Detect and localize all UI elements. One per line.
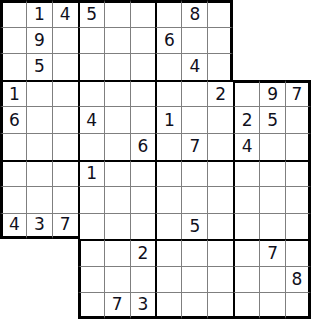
cell-r12c10[interactable] [233,292,259,319]
cell-r12c12[interactable] [285,292,311,319]
cell-r1c5[interactable] [104,0,130,27]
void-r11c2 [26,266,52,293]
void-r1c11 [259,0,285,27]
given-digit: 7 [189,138,200,155]
cell-r12c4[interactable] [78,292,104,319]
given-digit: 7 [267,245,278,262]
cell-r12c8[interactable] [181,292,207,319]
cell-r7c9[interactable] [207,160,233,187]
cell-r8c3[interactable] [52,186,78,213]
cell-r6c5[interactable] [104,133,130,160]
cell-r5c5[interactable] [104,106,130,133]
cell-r3c1[interactable] [0,53,26,80]
cell-r2c6[interactable] [130,27,156,54]
cell-r12c9[interactable] [207,292,233,319]
cell-r11c4[interactable] [78,266,104,293]
cell-r9c1[interactable]: 4 [0,213,26,240]
given-digit: 7 [292,86,303,103]
cell-r8c6[interactable] [130,186,156,213]
cell-r5c6[interactable] [130,106,156,133]
cell-r8c8[interactable] [181,186,207,213]
cell-r3c6[interactable] [130,53,156,80]
cell-r7c4[interactable]: 1 [78,160,104,187]
sudoku-board: 145896541297641256741437527873 [0,0,311,319]
cell-r10c5[interactable] [104,239,130,266]
cell-r3c7[interactable] [155,53,181,80]
cell-r7c3[interactable] [52,160,78,187]
cell-r4c4[interactable] [78,80,104,107]
cell-r7c2[interactable] [26,160,52,187]
cell-r7c1[interactable] [0,160,26,187]
given-digit: 1 [34,6,45,23]
cell-r11c12[interactable]: 8 [285,266,311,293]
given-digit: 8 [292,271,303,288]
cell-r5c1[interactable]: 6 [0,106,26,133]
cell-r8c2[interactable] [26,186,52,213]
void-r12c3 [52,292,78,319]
cell-r4c7[interactable] [155,80,181,107]
cell-r6c1[interactable] [0,133,26,160]
cell-r7c11[interactable] [259,160,285,187]
void-r11c1 [0,266,26,293]
cell-r4c12[interactable]: 7 [285,80,311,107]
cell-r5c4[interactable]: 4 [78,106,104,133]
cell-r6c2[interactable] [26,133,52,160]
given-digit: 1 [164,112,175,129]
given-digit: 2 [215,86,226,103]
cell-r6c11[interactable] [259,133,285,160]
cell-r1c9[interactable] [207,0,233,27]
cell-r11c10[interactable] [233,266,259,293]
cell-r10c10[interactable] [233,239,259,266]
cell-r1c7[interactable] [155,0,181,27]
given-digit: 5 [86,6,97,23]
cell-r4c8[interactable] [181,80,207,107]
cell-r6c4[interactable] [78,133,104,160]
cell-r7c5[interactable] [104,160,130,187]
cell-r5c2[interactable] [26,106,52,133]
cell-r7c12[interactable] [285,160,311,187]
cell-r4c9[interactable]: 2 [207,80,233,107]
cell-r9c6[interactable] [130,213,156,240]
cell-r8c10[interactable] [233,186,259,213]
void-r10c2 [26,239,52,266]
void-r1c10 [233,0,259,27]
cell-r5c12[interactable] [285,106,311,133]
cell-r3c4[interactable] [78,53,104,80]
cell-r10c6[interactable]: 2 [130,239,156,266]
void-r2c11 [259,27,285,54]
cell-r8c1[interactable] [0,186,26,213]
cell-r1c8[interactable]: 8 [181,0,207,27]
cell-r8c4[interactable] [78,186,104,213]
given-digit: 4 [60,6,71,23]
given-digit: 5 [267,112,278,129]
given-digit: 9 [34,32,45,49]
given-digit: 3 [34,216,45,233]
cell-r12c5[interactable]: 7 [104,292,130,319]
void-r11c3 [52,266,78,293]
cell-r6c7[interactable] [155,133,181,160]
void-r10c1 [0,239,26,266]
cell-r7c6[interactable] [130,160,156,187]
void-r12c1 [0,292,26,319]
cell-r1c1[interactable] [0,0,26,27]
given-digit: 4 [9,216,20,233]
cell-r8c9[interactable] [207,186,233,213]
cell-r2c8[interactable] [181,27,207,54]
cell-r2c4[interactable] [78,27,104,54]
cell-r10c4[interactable] [78,239,104,266]
cell-r5c9[interactable] [207,106,233,133]
cell-r10c7[interactable] [155,239,181,266]
cell-r9c2[interactable]: 3 [26,213,52,240]
given-digit: 3 [138,296,149,313]
cell-r9c8[interactable]: 5 [181,213,207,240]
cell-r9c12[interactable] [285,213,311,240]
cell-r11c6[interactable] [130,266,156,293]
cell-r7c7[interactable] [155,160,181,187]
cell-r9c11[interactable] [259,213,285,240]
sudoku-puzzle-image: 145896541297641256741437527873 [0,0,312,320]
cell-r2c7[interactable]: 6 [155,27,181,54]
given-digit: 8 [189,6,200,23]
cell-r10c12[interactable] [285,239,311,266]
void-r10c3 [52,239,78,266]
cell-r3c8[interactable]: 4 [181,53,207,80]
cell-r4c2[interactable] [26,80,52,107]
cell-r2c5[interactable] [104,27,130,54]
cell-r10c9[interactable] [207,239,233,266]
cell-r1c2[interactable]: 1 [26,0,52,27]
given-digit: 5 [34,58,45,75]
cell-r6c9[interactable] [207,133,233,160]
void-r3c11 [259,53,285,80]
void-r3c10 [233,53,259,80]
given-digit: 2 [242,112,253,129]
cell-r9c7[interactable] [155,213,181,240]
given-digit: 4 [242,138,253,155]
cell-r4c1[interactable]: 1 [0,80,26,107]
given-digit: 7 [60,216,71,233]
cell-r4c6[interactable] [130,80,156,107]
given-digit: 4 [189,58,200,75]
cell-r1c3[interactable]: 4 [52,0,78,27]
given-digit: 1 [9,86,20,103]
cell-r2c1[interactable] [0,27,26,54]
given-digit: 6 [138,138,149,155]
cell-r7c8[interactable] [181,160,207,187]
cell-r6c3[interactable] [52,133,78,160]
cell-r12c6[interactable]: 3 [130,292,156,319]
cell-r3c3[interactable] [52,53,78,80]
cell-r6c12[interactable] [285,133,311,160]
cell-r5c11[interactable]: 5 [259,106,285,133]
cell-r8c5[interactable] [104,186,130,213]
cell-r9c9[interactable] [207,213,233,240]
void-r3c12 [285,53,311,80]
cell-r12c7[interactable] [155,292,181,319]
void-r1c12 [285,0,311,27]
given-digit: 2 [138,245,149,262]
cell-r9c3[interactable]: 7 [52,213,78,240]
cell-r8c12[interactable] [285,186,311,213]
given-digit: 7 [112,296,123,313]
cell-r4c10[interactable] [233,80,259,107]
cell-r4c11[interactable]: 9 [259,80,285,107]
void-r2c10 [233,27,259,54]
void-r12c2 [26,292,52,319]
cell-r5c10[interactable]: 2 [233,106,259,133]
given-digit: 5 [189,218,200,235]
cell-r1c4[interactable]: 5 [78,0,104,27]
cell-r3c5[interactable] [104,53,130,80]
cell-r6c8[interactable]: 7 [181,133,207,160]
cell-r3c2[interactable]: 5 [26,53,52,80]
cell-r6c10[interactable]: 4 [233,133,259,160]
cell-r11c11[interactable] [259,266,285,293]
cell-r11c8[interactable] [181,266,207,293]
cell-r5c8[interactable] [181,106,207,133]
cell-r2c2[interactable]: 9 [26,27,52,54]
cell-r5c7[interactable]: 1 [155,106,181,133]
cell-r11c7[interactable] [155,266,181,293]
cell-r4c5[interactable] [104,80,130,107]
cell-r1c6[interactable] [130,0,156,27]
cell-r6c6[interactable]: 6 [130,133,156,160]
cell-r4c3[interactable] [52,80,78,107]
given-digit: 6 [164,32,175,49]
given-digit: 4 [86,112,97,129]
given-digit: 9 [267,86,278,103]
given-digit: 6 [9,112,20,129]
cell-r2c9[interactable] [207,27,233,54]
cell-r2c3[interactable] [52,27,78,54]
cell-r8c11[interactable] [259,186,285,213]
cell-r12c11[interactable] [259,292,285,319]
cell-r10c8[interactable] [181,239,207,266]
cell-r7c10[interactable] [233,160,259,187]
cell-r10c11[interactable]: 7 [259,239,285,266]
given-digit: 1 [86,165,97,182]
cell-r9c4[interactable] [78,213,104,240]
cell-r11c9[interactable] [207,266,233,293]
cell-r8c7[interactable] [155,186,181,213]
cell-r5c3[interactable] [52,106,78,133]
cell-r11c5[interactable] [104,266,130,293]
cell-r9c5[interactable] [104,213,130,240]
cell-r3c9[interactable] [207,53,233,80]
void-r2c12 [285,27,311,54]
cell-r9c10[interactable] [233,213,259,240]
